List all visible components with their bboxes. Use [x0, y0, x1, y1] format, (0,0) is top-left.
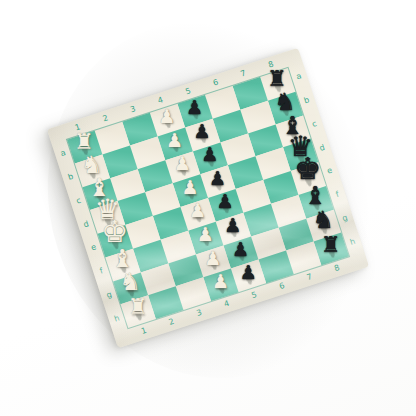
rank-label-left-3: 3: [126, 102, 141, 117]
file-label-top-g: g: [337, 211, 352, 226]
rank-label-right-8: 8: [330, 261, 345, 276]
rank-label-right-1: 1: [137, 324, 152, 339]
rank-label-right-6: 6: [275, 279, 290, 294]
rank-label-left-7: 7: [236, 66, 251, 81]
file-label-top-h: h: [345, 235, 360, 250]
file-label-top-a: a: [292, 70, 307, 85]
file-label-top-c: c: [307, 117, 322, 132]
rank-label-right-3: 3: [192, 306, 207, 321]
file-label-bottom-h: h: [109, 311, 124, 326]
rank-label-right-2: 2: [165, 315, 180, 330]
file-label-top-f: f: [330, 187, 345, 202]
file-label-bottom-e: e: [86, 241, 101, 256]
file-label-bottom-b: b: [63, 170, 78, 185]
file-label-top-b: b: [299, 93, 314, 108]
rank-label-left-8: 8: [264, 57, 279, 72]
rank-label-right-7: 7: [302, 270, 317, 285]
rank-label-left-5: 5: [181, 84, 196, 99]
rank-label-left-1: 1: [71, 120, 86, 135]
file-label-bottom-g: g: [102, 288, 117, 303]
file-label-bottom-d: d: [79, 217, 94, 232]
rank-label-right-4: 4: [220, 297, 235, 312]
photo-background: aabbccddeeffgghh1122334455667788 ♜♞♟♟♝♟♟…: [0, 0, 416, 416]
rank-label-left-4: 4: [154, 93, 169, 108]
rank-label-right-5: 5: [247, 288, 262, 303]
file-label-bottom-c: c: [71, 193, 86, 208]
file-label-top-e: e: [322, 164, 337, 179]
rank-label-left-6: 6: [209, 75, 224, 90]
file-label-bottom-a: a: [56, 146, 71, 161]
rank-label-left-2: 2: [98, 111, 113, 126]
file-label-top-d: d: [315, 140, 330, 155]
file-label-bottom-f: f: [94, 264, 109, 279]
